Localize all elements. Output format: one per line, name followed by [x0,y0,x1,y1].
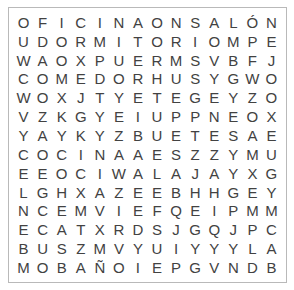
grid-cell-r11c7[interactable]: E [128,202,147,221]
grid-cell-r3c6[interactable]: U [109,51,128,70]
grid-cell-r4c2[interactable]: O [33,70,52,89]
grid-cell-r4c14[interactable]: O [262,70,281,89]
grid-cell-r2c7[interactable]: T [128,32,147,51]
grid-cell-r6c1[interactable]: V [14,107,33,126]
grid-cell-r10c11[interactable]: H [205,183,224,202]
grid-cell-r2c2[interactable]: D [33,32,52,51]
grid-cell-r9c14[interactable]: G [262,164,281,183]
grid-cell-r1c4[interactable]: C [71,13,90,32]
grid-cell-r3c12[interactable]: B [224,51,243,70]
grid-cell-r13c9[interactable]: I [167,239,186,258]
grid-cell-r12c11[interactable]: Q [205,220,224,239]
grid-cell-r1c6[interactable]: N [109,13,128,32]
grid-cell-r4c13[interactable]: W [243,70,262,89]
grid-cell-r12c13[interactable]: P [243,220,262,239]
grid-cell-r4c9[interactable]: U [167,70,186,89]
grid-cell-r1c14[interactable]: N [262,13,281,32]
grid-cell-r3c1[interactable]: W [14,51,33,70]
grid-cell-r10c7[interactable]: E [128,183,147,202]
grid-cell-r3c9[interactable]: M [167,51,186,70]
grid-cell-r11c2[interactable]: C [33,202,52,221]
grid-cell-r14c14[interactable]: B [262,258,281,277]
grid-cell-r1c7[interactable]: A [128,13,147,32]
grid-cell-r12c1[interactable]: E [14,220,33,239]
grid-cell-r5c9[interactable]: E [167,88,186,107]
grid-cell-r11c10[interactable]: E [186,202,205,221]
grid-cell-r8c12[interactable]: Y [224,145,243,164]
grid-cell-r8c10[interactable]: Z [186,145,205,164]
grid-cell-r10c14[interactable]: Y [262,183,281,202]
grid-cell-r9c11[interactable]: A [205,164,224,183]
grid-cell-r12c9[interactable]: J [167,220,186,239]
grid-cell-r11c9[interactable]: Q [167,202,186,221]
grid-cell-r11c12[interactable]: P [224,202,243,221]
grid-cell-r5c1[interactable]: W [14,88,33,107]
grid-cell-r12c7[interactable]: D [128,220,147,239]
grid-cell-r7c6[interactable]: Z [109,126,128,145]
grid-cell-r1c13[interactable]: Ó [243,13,262,32]
grid-cell-r7c3[interactable]: Y [52,126,71,145]
grid-cell-r12c5[interactable]: X [90,220,109,239]
grid-cell-r6c11[interactable]: N [205,107,224,126]
grid-cell-r4c4[interactable]: E [71,70,90,89]
grid-cell-r10c8[interactable]: E [147,183,166,202]
grid-cell-r4c7[interactable]: R [128,70,147,89]
grid-cell-r10c13[interactable]: E [243,183,262,202]
grid-cell-r4c12[interactable]: G [224,70,243,89]
grid-cell-r2c9[interactable]: R [167,32,186,51]
grid-cell-r11c1[interactable]: N [14,202,33,221]
grid-cell-r14c10[interactable]: G [186,258,205,277]
grid-cell-r10c9[interactable]: B [167,183,186,202]
grid-cell-r7c7[interactable]: B [128,126,147,145]
grid-cell-r9c1[interactable]: E [14,164,33,183]
grid-cell-r5c6[interactable]: Y [109,88,128,107]
grid-cell-r3c8[interactable]: R [147,51,166,70]
word-search-grid: OFICINAONSALÓNUDORMITORIOMPEWAOXPUERMSVB… [8,7,287,283]
grid-cell-r6c3[interactable]: K [52,107,71,126]
grid-cell-r4c11[interactable]: Y [205,70,224,89]
grid-cell-r2c8[interactable]: O [147,32,166,51]
grid-cell-r5c11[interactable]: E [205,88,224,107]
grid-cell-r3c11[interactable]: V [205,51,224,70]
grid-cell-r13c5[interactable]: M [90,239,109,258]
grid-cell-r13c3[interactable]: S [52,239,71,258]
grid-cell-r7c14[interactable]: E [262,126,281,145]
grid-cell-r11c13[interactable]: M [243,202,262,221]
grid-cell-r14c4[interactable]: A [71,258,90,277]
grid-cell-r9c10[interactable]: J [186,164,205,183]
grid-cell-r11c8[interactable]: F [147,202,166,221]
grid-cell-r11c14[interactable]: M [262,202,281,221]
grid-cell-r14c6[interactable]: O [109,258,128,277]
grid-cell-r7c10[interactable]: T [186,126,205,145]
grid-cell-r11c5[interactable]: V [90,202,109,221]
grid-cell-r6c7[interactable]: I [128,107,147,126]
grid-cell-r10c3[interactable]: H [52,183,71,202]
grid-cell-r4c8[interactable]: H [147,70,166,89]
grid-cell-r13c12[interactable]: Y [224,239,243,258]
grid-cell-r3c2[interactable]: A [33,51,52,70]
grid-cell-r9c9[interactable]: A [167,164,186,183]
grid-cell-r9c3[interactable]: O [52,164,71,183]
word-search-page: OFICINAONSALÓNUDORMITORIOMPEWAOXPUERMSVB… [0,0,294,290]
grid-cell-r14c12[interactable]: N [224,258,243,277]
grid-cell-r1c5[interactable]: I [90,13,109,32]
grid-cell-r1c2[interactable]: F [33,13,52,32]
grid-cell-r5c14[interactable]: O [262,88,281,107]
grid-cell-r2c5[interactable]: M [90,32,109,51]
grid-cell-r12c10[interactable]: G [186,220,205,239]
grid-cell-r8c6[interactable]: A [109,145,128,164]
grid-cell-r1c11[interactable]: A [205,13,224,32]
grid-cell-r12c8[interactable]: S [147,220,166,239]
grid-cell-r1c8[interactable]: O [147,13,166,32]
grid-cell-r2c4[interactable]: R [71,32,90,51]
grid-cell-r14c7[interactable]: I [128,258,147,277]
grid-cell-r10c12[interactable]: G [224,183,243,202]
grid-cell-r12c2[interactable]: C [33,220,52,239]
grid-cell-r8c3[interactable]: C [52,145,71,164]
grid-cell-r5c13[interactable]: Z [243,88,262,107]
grid-cell-r11c6[interactable]: I [109,202,128,221]
grid-cell-r3c5[interactable]: P [90,51,109,70]
grid-cell-r9c13[interactable]: X [243,164,262,183]
grid-cell-r10c6[interactable]: Z [109,183,128,202]
grid-cell-r6c2[interactable]: Z [33,107,52,126]
grid-cell-r4c6[interactable]: O [109,70,128,89]
grid-cell-r5c5[interactable]: T [90,88,109,107]
grid-cell-r14c8[interactable]: E [147,258,166,277]
grid-cell-r12c4[interactable]: T [71,220,90,239]
grid-cell-r12c3[interactable]: A [52,220,71,239]
grid-cell-r9c7[interactable]: A [128,164,147,183]
grid-cell-r7c1[interactable]: Y [14,126,33,145]
grid-cell-r5c8[interactable]: T [147,88,166,107]
grid-cell-r5c2[interactable]: O [33,88,52,107]
grid-cell-r5c7[interactable]: E [128,88,147,107]
grid-cell-r13c4[interactable]: Z [71,239,90,258]
grid-cell-r1c3[interactable]: I [52,13,71,32]
grid-cell-r11c3[interactable]: E [52,202,71,221]
grid-cell-r4c5[interactable]: D [90,70,109,89]
grid-cell-r5c10[interactable]: G [186,88,205,107]
grid-cell-r1c10[interactable]: S [186,13,205,32]
grid-cell-r2c6[interactable]: I [109,32,128,51]
grid-cell-r3c3[interactable]: O [52,51,71,70]
grid-cell-r8c4[interactable]: I [71,145,90,164]
grid-cell-r8c7[interactable]: A [128,145,147,164]
grid-cell-r6c5[interactable]: Y [90,107,109,126]
grid-cell-r8c8[interactable]: E [147,145,166,164]
grid-cell-r9c12[interactable]: Y [224,164,243,183]
grid-cell-r7c11[interactable]: E [205,126,224,145]
grid-cell-r2c10[interactable]: I [186,32,205,51]
grid-cell-r13c6[interactable]: V [109,239,128,258]
grid-cell-r1c12[interactable]: L [224,13,243,32]
grid-cell-r14c1[interactable]: M [14,258,33,277]
grid-cell-r4c3[interactable]: M [52,70,71,89]
grid-cell-r13c10[interactable]: Y [186,239,205,258]
grid-cell-r8c13[interactable]: M [243,145,262,164]
grid-cell-r14c2[interactable]: O [33,258,52,277]
grid-cell-r6c6[interactable]: E [109,107,128,126]
grid-cell-r13c11[interactable]: Y [205,239,224,258]
grid-cell-r2c3[interactable]: O [52,32,71,51]
grid-cell-r6c8[interactable]: U [147,107,166,126]
grid-cell-r5c12[interactable]: Y [224,88,243,107]
grid-cell-r4c10[interactable]: S [186,70,205,89]
grid-cell-r10c1[interactable]: L [14,183,33,202]
grid-cell-r7c9[interactable]: E [167,126,186,145]
grid-cell-r8c11[interactable]: Z [205,145,224,164]
grid-cell-r13c13[interactable]: L [243,239,262,258]
grid-cell-r3c14[interactable]: J [262,51,281,70]
grid-cell-r14c9[interactable]: P [167,258,186,277]
grid-cell-r3c7[interactable]: E [128,51,147,70]
grid-cell-r7c12[interactable]: S [224,126,243,145]
grid-cell-r7c13[interactable]: A [243,126,262,145]
grid-cell-r2c1[interactable]: U [14,32,33,51]
grid-cell-r7c5[interactable]: Y [90,126,109,145]
grid-cell-r12c6[interactable]: R [109,220,128,239]
grid-cell-r8c14[interactable]: U [262,145,281,164]
grid-cell-r6c12[interactable]: E [224,107,243,126]
grid-cell-r10c2[interactable]: G [33,183,52,202]
grid-cell-r6c14[interactable]: X [262,107,281,126]
grid-cell-r10c10[interactable]: H [186,183,205,202]
grid-cell-r13c8[interactable]: U [147,239,166,258]
grid-cell-r12c14[interactable]: C [262,220,281,239]
grid-cell-r8c1[interactable]: C [14,145,33,164]
grid-cell-r6c10[interactable]: P [186,107,205,126]
grid-cell-r9c2[interactable]: E [33,164,52,183]
grid-cell-r2c14[interactable]: E [262,32,281,51]
grid-cell-r13c14[interactable]: A [262,239,281,258]
grid-cell-r7c2[interactable]: A [33,126,52,145]
grid-cell-r7c8[interactable]: U [147,126,166,145]
grid-cell-r13c1[interactable]: B [14,239,33,258]
grid-cell-r11c11[interactable]: I [205,202,224,221]
grid-cell-r2c11[interactable]: O [205,32,224,51]
grid-cell-r2c13[interactable]: P [243,32,262,51]
grid-cell-r4c1[interactable]: C [14,70,33,89]
grid-cell-r6c13[interactable]: O [243,107,262,126]
grid-cell-r5c3[interactable]: X [52,88,71,107]
grid-cell-r8c9[interactable]: S [167,145,186,164]
grid-cell-r3c4[interactable]: X [71,51,90,70]
grid-cell-r14c3[interactable]: B [52,258,71,277]
grid-cell-r14c11[interactable]: V [205,258,224,277]
grid-cell-r1c9[interactable]: N [167,13,186,32]
grid-cell-r2c12[interactable]: M [224,32,243,51]
grid-cell-r1c1[interactable]: O [14,13,33,32]
grid-cell-r6c9[interactable]: P [167,107,186,126]
grid-cell-r12c12[interactable]: J [224,220,243,239]
grid-cell-r9c4[interactable]: C [71,164,90,183]
grid-cell-r11c4[interactable]: M [71,202,90,221]
grid-cell-r8c2[interactable]: O [33,145,52,164]
grid-cell-r5c4[interactable]: J [71,88,90,107]
grid-cell-r7c4[interactable]: K [71,126,90,145]
grid-cell-r14c13[interactable]: D [243,258,262,277]
grid-cell-r13c7[interactable]: Y [128,239,147,258]
grid-cell-r10c5[interactable]: A [90,183,109,202]
grid-cell-r9c5[interactable]: I [90,164,109,183]
grid-cell-r8c5[interactable]: N [90,145,109,164]
grid-cell-r9c6[interactable]: W [109,164,128,183]
grid-cell-r9c8[interactable]: L [147,164,166,183]
grid-cell-r6c4[interactable]: G [71,107,90,126]
grid-cell-r10c4[interactable]: X [71,183,90,202]
grid-cell-r3c10[interactable]: S [186,51,205,70]
grid-cell-r3c13[interactable]: F [243,51,262,70]
grid-cell-r13c2[interactable]: U [33,239,52,258]
grid-cell-r14c5[interactable]: Ñ [90,258,109,277]
